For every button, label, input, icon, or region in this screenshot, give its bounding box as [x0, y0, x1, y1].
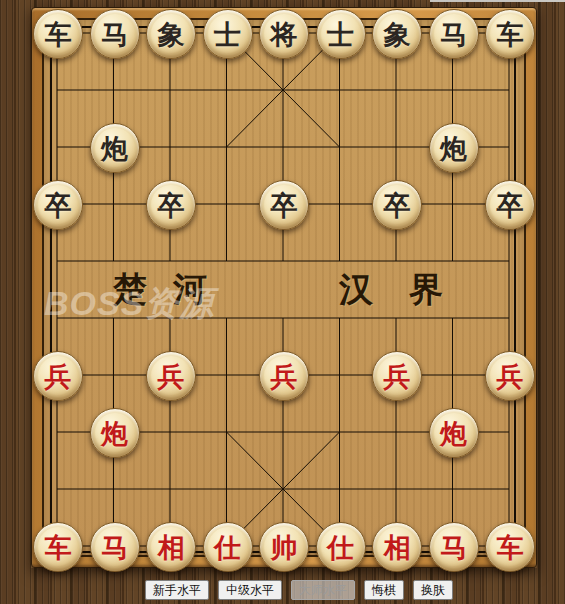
piece-black-soldier[interactable]: 卒 — [372, 180, 422, 230]
piece-red-cannon[interactable]: 炮 — [429, 408, 479, 458]
piece-red-elephant[interactable]: 相 — [372, 522, 422, 572]
piece-black-rook[interactable]: 车 — [33, 9, 83, 59]
piece-red-horse[interactable]: 马 — [90, 522, 140, 572]
piece-black-advisor[interactable]: 士 — [316, 9, 366, 59]
river-label-right: 汉界 — [339, 267, 479, 313]
piece-black-soldier[interactable]: 卒 — [485, 180, 535, 230]
piece-black-cannon[interactable]: 炮 — [90, 123, 140, 173]
piece-black-soldier[interactable]: 卒 — [259, 180, 309, 230]
button-change-skin[interactable]: 换肤 — [413, 580, 453, 600]
piece-red-general[interactable]: 帅 — [259, 522, 309, 572]
river-label-left: 楚河 — [113, 267, 233, 313]
piece-red-cannon[interactable]: 炮 — [90, 408, 140, 458]
piece-red-advisor[interactable]: 仕 — [316, 522, 366, 572]
piece-black-cannon[interactable]: 炮 — [429, 123, 479, 173]
piece-black-soldier[interactable]: 卒 — [146, 180, 196, 230]
piece-red-soldier[interactable]: 兵 — [33, 351, 83, 401]
piece-red-rook[interactable]: 车 — [485, 522, 535, 572]
piece-red-soldier[interactable]: 兵 — [259, 351, 309, 401]
piece-red-advisor[interactable]: 仕 — [203, 522, 253, 572]
piece-black-elephant[interactable]: 象 — [146, 9, 196, 59]
xiangqi-board: 楚河 汉界 车马象士将士象马车炮炮卒卒卒卒卒兵兵兵兵兵炮炮车马相仕帅仕相马车 — [31, 7, 537, 568]
piece-black-general[interactable]: 将 — [259, 9, 309, 59]
piece-red-elephant[interactable]: 相 — [146, 522, 196, 572]
button-undo-move[interactable]: 悔棋 — [364, 580, 404, 600]
piece-black-elephant[interactable]: 象 — [372, 9, 422, 59]
page-edge-highlight — [430, 0, 565, 2]
piece-black-soldier[interactable]: 卒 — [33, 180, 83, 230]
button-intermediate-level[interactable]: 中级水平 — [218, 580, 282, 600]
piece-red-horse[interactable]: 马 — [429, 522, 479, 572]
piece-red-soldier[interactable]: 兵 — [146, 351, 196, 401]
piece-red-soldier[interactable]: 兵 — [372, 351, 422, 401]
piece-black-horse[interactable]: 马 — [90, 9, 140, 59]
button-master-level[interactable]: 大师水平 — [291, 580, 355, 600]
piece-black-advisor[interactable]: 士 — [203, 9, 253, 59]
piece-black-rook[interactable]: 车 — [485, 9, 535, 59]
button-novice-level[interactable]: 新手水平 — [145, 580, 209, 600]
control-bar: 新手水平 中级水平 大师水平 悔棋 换肤 — [145, 580, 453, 600]
piece-red-soldier[interactable]: 兵 — [485, 351, 535, 401]
piece-black-horse[interactable]: 马 — [429, 9, 479, 59]
piece-red-rook[interactable]: 车 — [33, 522, 83, 572]
